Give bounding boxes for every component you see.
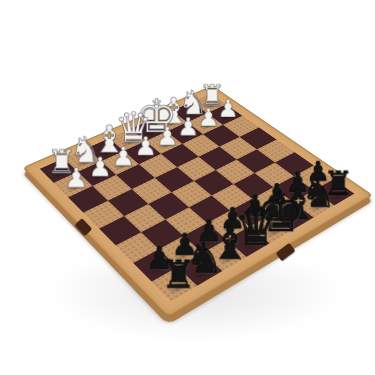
chess-set-photo: ♜♞♝♛♚♝♞♜♟♟♟♟♟♟♟♟♟♟♟♟♟♟♟♟♜♞♝♛♚♝♞♜: [0, 0, 375, 375]
